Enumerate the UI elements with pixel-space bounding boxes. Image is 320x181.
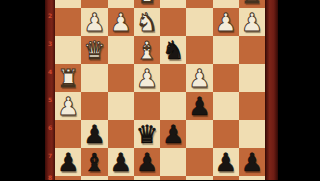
square-b1[interactable] [213,0,239,8]
white-knight: ♞ [136,10,158,35]
black-pawn: ♟ [188,94,210,119]
square-h2[interactable] [55,8,81,36]
black-knight: ♞ [162,38,184,63]
square-e8[interactable] [134,176,160,180]
white-pawn: ♟ [57,94,79,119]
black-queen: ♛ [136,122,158,147]
square-b5[interactable] [213,92,239,120]
square-d4[interactable] [160,64,186,92]
white-pawn: ♟ [83,10,105,35]
rank-label-4: 4 [45,69,55,75]
square-a7[interactable]: ♟ [239,148,265,176]
square-a3[interactable] [239,36,265,64]
square-c5[interactable]: ♟ [186,92,212,120]
black-pawn: ♟ [162,122,184,147]
square-f3[interactable] [108,36,134,64]
white-pawn: ♟ [214,10,236,35]
rank-label-5: 5 [45,97,55,103]
square-e6[interactable]: ♛ [134,120,160,148]
square-b6[interactable] [213,120,239,148]
square-d2[interactable] [160,8,186,36]
square-d3[interactable]: ♞ [160,36,186,64]
square-d7[interactable] [160,148,186,176]
square-g5[interactable] [81,92,107,120]
square-b7[interactable]: ♟ [213,148,239,176]
black-pawn: ♟ [57,150,79,175]
black-king: ♚ [83,178,105,181]
white-king: ♚ [136,0,158,7]
white-queen: ♛ [83,38,105,63]
square-h6[interactable] [55,120,81,148]
square-d1[interactable] [160,0,186,8]
square-c1[interactable] [186,0,212,8]
square-g8[interactable]: ♚ [81,176,107,180]
white-pawn: ♟ [136,66,158,91]
square-g3[interactable]: ♛ [81,36,107,64]
square-e1[interactable]: ♚ [134,0,160,8]
square-a6[interactable] [239,120,265,148]
black-pawn: ♟ [136,150,158,175]
square-c2[interactable] [186,8,212,36]
square-e5[interactable] [134,92,160,120]
chess-board[interactable]: ♚♜♟♟♞♟♟♛♝♞♜♟♟♟♟♟♛♟♟♝♟♟♟♟♚♜♜ [55,0,265,180]
square-a8[interactable]: ♜ [239,176,265,180]
black-rook: ♜ [241,178,263,181]
square-c6[interactable] [186,120,212,148]
white-rook: ♜ [57,66,79,91]
square-d6[interactable]: ♟ [160,120,186,148]
square-g4[interactable] [81,64,107,92]
square-e4[interactable]: ♟ [134,64,160,92]
board-frame-right [265,0,278,180]
square-g2[interactable]: ♟ [81,8,107,36]
square-e3[interactable]: ♝ [134,36,160,64]
square-c4[interactable]: ♟ [186,64,212,92]
square-h4[interactable]: ♜ [55,64,81,92]
rank-label-8: 8 [45,175,55,180]
black-rook: ♜ [109,178,131,181]
white-rook: ♜ [241,0,263,7]
rank-label-2: 2 [45,13,55,19]
square-c8[interactable] [186,176,212,180]
black-pawn: ♟ [214,150,236,175]
black-pawn: ♟ [109,150,131,175]
square-h3[interactable] [55,36,81,64]
square-h1[interactable] [55,0,81,8]
square-f1[interactable] [108,0,134,8]
square-f2[interactable]: ♟ [108,8,134,36]
square-g6[interactable]: ♟ [81,120,107,148]
black-bishop: ♝ [83,150,105,175]
square-e2[interactable]: ♞ [134,8,160,36]
square-h7[interactable]: ♟ [55,148,81,176]
square-a4[interactable] [239,64,265,92]
square-b8[interactable] [213,176,239,180]
square-c3[interactable] [186,36,212,64]
square-f4[interactable] [108,64,134,92]
white-bishop: ♝ [136,38,158,63]
white-pawn: ♟ [109,10,131,35]
square-a5[interactable] [239,92,265,120]
square-a1[interactable]: ♜ [239,0,265,8]
square-h8[interactable] [55,176,81,180]
square-g7[interactable]: ♝ [81,148,107,176]
square-b2[interactable]: ♟ [213,8,239,36]
square-b3[interactable] [213,36,239,64]
square-f5[interactable] [108,92,134,120]
square-f6[interactable] [108,120,134,148]
square-g1[interactable] [81,0,107,8]
square-e7[interactable]: ♟ [134,148,160,176]
square-c7[interactable] [186,148,212,176]
white-pawn: ♟ [188,66,210,91]
rank-label-7: 7 [45,153,55,159]
square-f8[interactable]: ♜ [108,176,134,180]
white-pawn: ♟ [241,10,263,35]
rank-label-3: 3 [45,41,55,47]
square-f7[interactable]: ♟ [108,148,134,176]
square-d5[interactable] [160,92,186,120]
screenshot-background: 12345678 ♚♜♟♟♞♟♟♛♝♞♜♟♟♟♟♟♛♟♟♝♟♟♟♟♚♜♜ [0,0,320,180]
square-h5[interactable]: ♟ [55,92,81,120]
square-a2[interactable]: ♟ [239,8,265,36]
square-d8[interactable] [160,176,186,180]
black-pawn: ♟ [241,150,263,175]
rank-label-6: 6 [45,125,55,131]
square-b4[interactable] [213,64,239,92]
black-pawn: ♟ [83,122,105,147]
